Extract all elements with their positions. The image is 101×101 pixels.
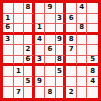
sudoku-cell-empty[interactable] xyxy=(3,3,14,14)
sudoku-cell-empty[interactable] xyxy=(77,35,88,46)
sudoku-cell-empty[interactable] xyxy=(24,35,35,46)
sudoku-cell-empty[interactable] xyxy=(77,87,88,98)
sudoku-cell-empty[interactable] xyxy=(56,3,67,14)
sudoku-cell-given: 3 xyxy=(35,56,46,67)
sudoku-cell-given: 2 xyxy=(66,87,77,98)
sudoku-cell-empty[interactable] xyxy=(3,56,14,67)
sudoku-cell-given: 5 xyxy=(56,66,67,77)
sudoku-cell-empty[interactable] xyxy=(87,24,98,35)
sudoku-cell-empty[interactable] xyxy=(14,14,25,25)
sudoku-cell-empty[interactable] xyxy=(87,87,98,98)
sudoku-cell-given: 8 xyxy=(87,66,98,77)
sudoku-cell-given: 6 xyxy=(24,56,35,67)
sudoku-cell-empty[interactable] xyxy=(77,45,88,56)
sudoku-cell-given: 6 xyxy=(45,45,56,56)
sudoku-cell-given: 3 xyxy=(56,14,67,25)
sudoku-cell-empty[interactable] xyxy=(14,3,25,14)
sudoku-cell-empty[interactable] xyxy=(77,77,88,88)
sudoku-cell-empty[interactable] xyxy=(14,56,25,67)
sudoku-cell-given: 3 xyxy=(3,35,14,46)
sudoku-cell-empty[interactable] xyxy=(45,14,56,25)
sudoku-cell-empty[interactable] xyxy=(14,24,25,35)
sudoku-cell-empty[interactable] xyxy=(66,66,77,77)
sudoku-board: 89413661834982676385158594782 xyxy=(0,0,101,101)
sudoku-cell-empty[interactable] xyxy=(3,87,14,98)
sudoku-cell-given: 6 xyxy=(3,24,14,35)
sudoku-cell-empty[interactable] xyxy=(24,24,35,35)
sudoku-cell-empty[interactable] xyxy=(14,35,25,46)
sudoku-cell-empty[interactable] xyxy=(35,3,46,14)
sudoku-cell-given: 4 xyxy=(35,35,46,46)
sudoku-cell-empty[interactable] xyxy=(56,77,67,88)
sudoku-cell-empty[interactable] xyxy=(3,77,14,88)
sudoku-cell-empty[interactable] xyxy=(45,24,56,35)
sudoku-cell-empty[interactable] xyxy=(87,3,98,14)
sudoku-cell-given: 6 xyxy=(66,14,77,25)
sudoku-cell-empty[interactable] xyxy=(66,3,77,14)
sudoku-cell-empty[interactable] xyxy=(35,66,46,77)
sudoku-cell-empty[interactable] xyxy=(45,56,56,67)
sudoku-cell-empty[interactable] xyxy=(24,14,35,25)
sudoku-cell-given: 7 xyxy=(14,87,25,98)
sudoku-cell-empty[interactable] xyxy=(87,14,98,25)
sudoku-cell-given: 7 xyxy=(66,45,77,56)
sudoku-cell-empty[interactable] xyxy=(24,87,35,98)
sudoku-cell-given: 9 xyxy=(35,77,46,88)
sudoku-cell-empty[interactable] xyxy=(14,77,25,88)
sudoku-cell-empty[interactable] xyxy=(14,45,25,56)
sudoku-cell-given: 8 xyxy=(45,87,56,98)
sudoku-cell-given: 8 xyxy=(56,56,67,67)
sudoku-cell-empty[interactable] xyxy=(45,77,56,88)
sudoku-cell-empty[interactable] xyxy=(66,77,77,88)
sudoku-cell-given: 5 xyxy=(87,56,98,67)
sudoku-cell-empty[interactable] xyxy=(35,87,46,98)
sudoku-cell-given: 5 xyxy=(24,77,35,88)
sudoku-cell-empty[interactable] xyxy=(45,66,56,77)
sudoku-cell-empty[interactable] xyxy=(3,45,14,56)
sudoku-cell-given: 1 xyxy=(35,24,46,35)
sudoku-cell-empty[interactable] xyxy=(3,66,14,77)
sudoku-cell-empty[interactable] xyxy=(77,66,88,77)
sudoku-cell-given: 8 xyxy=(24,3,35,14)
sudoku-cell-given: 1 xyxy=(14,66,25,77)
sudoku-cell-empty[interactable] xyxy=(56,87,67,98)
sudoku-cell-given: 9 xyxy=(45,3,56,14)
sudoku-cell-empty[interactable] xyxy=(77,56,88,67)
sudoku-cell-empty[interactable] xyxy=(45,35,56,46)
sudoku-cell-given: 8 xyxy=(77,24,88,35)
sudoku-cell-empty[interactable] xyxy=(87,35,98,46)
sudoku-cell-empty[interactable] xyxy=(56,24,67,35)
sudoku-cell-given: 4 xyxy=(77,3,88,14)
sudoku-cell-given: 9 xyxy=(56,35,67,46)
sudoku-cell-empty[interactable] xyxy=(66,56,77,67)
sudoku-cell-given: 8 xyxy=(66,35,77,46)
sudoku-cell-given: 4 xyxy=(87,77,98,88)
sudoku-cell-empty[interactable] xyxy=(24,66,35,77)
sudoku-cell-empty[interactable] xyxy=(66,24,77,35)
